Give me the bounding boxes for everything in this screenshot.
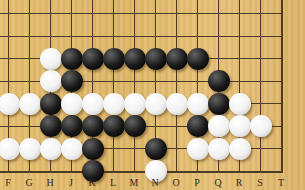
white-stone-Q2 [208, 138, 230, 160]
black-stone-P3 [187, 115, 209, 137]
black-stone-K6 [82, 48, 104, 70]
go-board[interactable]: FGHJKLMNOPQRST [0, 0, 305, 190]
coord-label-P: P [190, 177, 204, 189]
black-stone-J3 [61, 115, 83, 137]
white-stone-P2 [187, 138, 209, 160]
black-stone-K2 [82, 138, 104, 160]
white-stone-G2 [19, 138, 41, 160]
white-stone-R4 [229, 93, 251, 115]
black-stone-N2 [145, 138, 167, 160]
black-stone-Q4 [208, 93, 230, 115]
grid-line-column-S [260, 0, 261, 172]
white-stone-O4 [166, 93, 188, 115]
white-stone-S3 [250, 115, 272, 137]
coord-label-M: M [127, 177, 141, 189]
white-stone-H5 [40, 70, 62, 92]
coord-label-J: J [64, 177, 78, 189]
white-stone-F2 [0, 138, 20, 160]
black-stone-J6 [61, 48, 83, 70]
white-stone-H6 [40, 48, 62, 70]
black-stone-H4 [40, 93, 62, 115]
black-stone-M6 [124, 48, 146, 70]
black-stone-Q5 [208, 70, 230, 92]
coord-label-G: G [22, 177, 36, 189]
grid-line-column-O [176, 0, 177, 172]
black-stone-K3 [82, 115, 104, 137]
white-stone-H2 [40, 138, 62, 160]
coord-label-T: T [274, 177, 288, 189]
white-stone-P4 [187, 93, 209, 115]
coord-label-S: S [253, 177, 267, 189]
coord-label-L: L [106, 177, 120, 189]
white-stone-J2 [61, 138, 83, 160]
black-stone-O6 [166, 48, 188, 70]
black-stone-L3 [103, 115, 125, 137]
white-stone-M4 [124, 93, 146, 115]
black-stone-M3 [124, 115, 146, 137]
go-board-screenshot: FGHJKLMNOPQRST [0, 0, 305, 190]
grid-line-row-1 [0, 171, 283, 173]
coord-label-O: O [169, 177, 183, 189]
white-stone-R3 [229, 115, 251, 137]
white-stone-G4 [19, 93, 41, 115]
white-stone-N4 [145, 93, 167, 115]
white-stone-K4 [82, 93, 104, 115]
coord-label-N: N [148, 177, 162, 189]
black-stone-L6 [103, 48, 125, 70]
coord-label-F: F [1, 177, 15, 189]
coord-label-R: R [232, 177, 246, 189]
grid-line-column-T [281, 0, 283, 172]
grid-line-column-L [113, 0, 114, 172]
black-stone-J5 [61, 70, 83, 92]
white-stone-L4 [103, 93, 125, 115]
grid-line-row-7 [0, 36, 283, 37]
coord-label-Q: Q [211, 177, 225, 189]
black-stone-H3 [40, 115, 62, 137]
white-stone-F4 [0, 93, 20, 115]
coord-label-K: K [85, 177, 99, 189]
white-stone-Q3 [208, 115, 230, 137]
black-stone-P6 [187, 48, 209, 70]
coord-label-H: H [43, 177, 57, 189]
grid-line-row-8 [0, 13, 283, 14]
white-stone-R2 [229, 138, 251, 160]
white-stone-J4 [61, 93, 83, 115]
black-stone-N6 [145, 48, 167, 70]
grid-line-column-M [134, 0, 135, 172]
